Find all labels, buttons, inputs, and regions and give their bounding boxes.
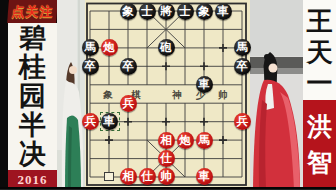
piece-red-pawn: 兵	[119, 94, 138, 112]
player-name-red: 洪智	[303, 100, 336, 189]
piece-red-advisor: 仕	[157, 149, 176, 167]
piece-black-horse: 馬	[81, 39, 100, 57]
right-text-panel: 王天一 洪智	[303, 0, 336, 189]
piece-black-chariot: 車	[195, 76, 214, 94]
piece-black-cannon: 砲	[157, 39, 176, 57]
piece-red-elephant: 相	[157, 131, 176, 149]
event-title: 碧桂园半决	[8, 23, 57, 170]
illustration-red-lady	[250, 0, 303, 189]
piece-black-chariot: 車	[100, 112, 119, 130]
left-black-strip	[0, 0, 8, 189]
bottom-edge	[0, 187, 336, 190]
piece-red-horse: 馬	[195, 131, 214, 149]
piece-black-horse: 馬	[233, 39, 252, 57]
piece-black-pawn: 卒	[81, 57, 100, 75]
last-move-origin-marker	[100, 168, 119, 186]
piece-red-pawn: 兵	[81, 112, 100, 130]
piece-red-king: 帅	[157, 168, 176, 186]
video-thumbnail[interactable]: 点关注 碧桂园半决 2016	[0, 0, 336, 189]
piece-red-cannon: 炮	[176, 131, 195, 149]
piece-red-pawn: 兵	[233, 112, 252, 130]
player-name-black: 王天一	[303, 0, 336, 100]
piece-black-advisor: 士	[138, 2, 157, 20]
piece-black-advisor: 士	[176, 2, 195, 20]
follow-badge: 点关注	[7, 0, 58, 23]
piece-red-advisor: 仕	[138, 168, 157, 186]
piece-black-chariot: 車	[214, 2, 233, 20]
piece-black-pawn: 卒	[119, 57, 138, 75]
piece-black-pawn: 卒	[233, 57, 252, 75]
left-text-panel: 点关注 碧桂园半决 2016	[8, 0, 57, 189]
piece-black-elephant: 象	[195, 2, 214, 20]
piece-black-king: 將	[157, 2, 176, 20]
piece-red-chariot: 車	[195, 168, 214, 186]
piece-red-elephant: 相	[119, 168, 138, 186]
piece-red-cannon: 炮	[100, 39, 119, 57]
board-grid: 象士將士象車馬炮砲馬卒卒卒車兵兵車兵相炮馬仕相仕帅車	[81, 2, 252, 186]
piece-black-elephant: 象	[119, 2, 138, 20]
